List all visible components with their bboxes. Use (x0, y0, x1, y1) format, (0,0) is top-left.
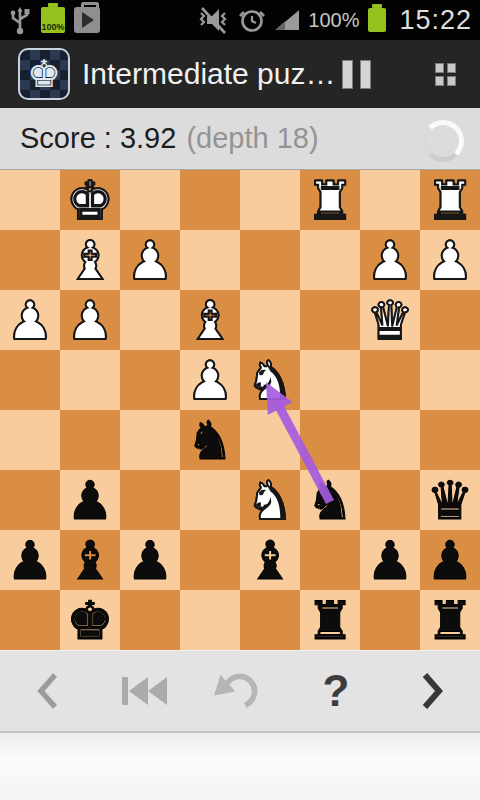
hint-button[interactable]: ? (288, 651, 384, 731)
piece-white-bishop[interactable]: ♝ (180, 290, 240, 350)
undo-icon (203, 654, 276, 727)
piece-white-pawn[interactable]: ♟ (0, 290, 60, 350)
phone-screen: 100% 100% 15:22 ♚ Intermediate puz… (0, 0, 480, 800)
board-pieces: ♚♜♜♝♟♟♟♟♟♝♛♟♞♞♟♞♞♛♟♝♟♝♟♟♚♜♜ (0, 170, 480, 650)
alarm-icon (238, 6, 266, 34)
loading-spinner (422, 120, 464, 162)
battery-small-label: 100% (41, 22, 64, 33)
piece-black-knight[interactable]: ♞ (300, 470, 360, 530)
score-bar: Score : 3.92 (depth 18) (0, 108, 480, 170)
piece-white-pawn[interactable]: ♟ (360, 230, 420, 290)
piece-black-queen[interactable]: ♛ (420, 470, 480, 530)
mute-vibrate-icon (197, 5, 229, 35)
piece-black-bishop[interactable]: ♝ (60, 530, 120, 590)
chevron-right-icon (412, 667, 452, 715)
previous-move-button[interactable] (0, 651, 96, 731)
piece-black-rook[interactable]: ♜ (300, 590, 360, 650)
next-move-button[interactable] (384, 651, 480, 731)
piece-black-bishop[interactable]: ♝ (240, 530, 300, 590)
chess-board[interactable]: ♚♜♜♝♟♟♟♟♟♝♛♟♞♞♟♞♞♛♟♝♟♝♟♟♚♜♜ (0, 170, 480, 650)
title-bar: ♚ Intermediate puz… (0, 40, 480, 108)
play-store-icon (74, 7, 100, 33)
signal-icon (275, 10, 299, 30)
chevron-left-icon (28, 667, 68, 715)
score-text: Score : 3.92 (20, 122, 176, 155)
piece-black-rook[interactable]: ♜ (420, 590, 480, 650)
depth-text: (depth 18) (186, 122, 318, 155)
battery-percent-text: 100% (308, 9, 359, 32)
skip-to-start-icon (116, 671, 172, 711)
piece-black-pawn[interactable]: ♟ (360, 530, 420, 590)
piece-black-pawn[interactable]: ♟ (0, 530, 60, 590)
piece-black-pawn[interactable]: ♟ (60, 470, 120, 530)
battery-icon (368, 8, 386, 32)
piece-white-knight[interactable]: ♞ (240, 350, 300, 410)
undo-button[interactable] (192, 651, 288, 731)
piece-white-pawn[interactable]: ♟ (60, 290, 120, 350)
grid-icon (435, 63, 444, 73)
usb-icon (8, 5, 32, 35)
piece-white-pawn[interactable]: ♟ (120, 230, 180, 290)
pause-icon (360, 60, 371, 89)
menu-grid-button[interactable] (429, 57, 462, 92)
piece-white-pawn[interactable]: ♟ (420, 230, 480, 290)
question-mark-icon: ? (323, 669, 350, 713)
piece-black-king[interactable]: ♚ (60, 590, 120, 650)
piece-white-knight[interactable]: ♞ (240, 470, 300, 530)
app-icon: ♚ (18, 48, 70, 100)
piece-white-rook[interactable]: ♜ (300, 170, 360, 230)
piece-black-pawn[interactable]: ♟ (120, 530, 180, 590)
skip-to-start-button[interactable] (96, 651, 192, 731)
clock-text: 15:22 (399, 5, 472, 36)
status-bar: 100% 100% 15:22 (0, 0, 480, 40)
battery-icon: 100% (41, 7, 65, 33)
piece-white-queen[interactable]: ♛ (360, 290, 420, 350)
piece-black-pawn[interactable]: ♟ (420, 530, 480, 590)
bottom-panel (0, 733, 480, 800)
app-title: Intermediate puz… (82, 57, 336, 91)
piece-white-king[interactable]: ♚ (60, 170, 120, 230)
piece-white-rook[interactable]: ♜ (420, 170, 480, 230)
navigation-toolbar: ? (0, 650, 480, 733)
piece-black-knight[interactable]: ♞ (180, 410, 240, 470)
piece-white-pawn[interactable]: ♟ (180, 350, 240, 410)
pause-icon (342, 60, 353, 89)
pause-button[interactable] (336, 54, 377, 95)
piece-white-bishop[interactable]: ♝ (60, 230, 120, 290)
